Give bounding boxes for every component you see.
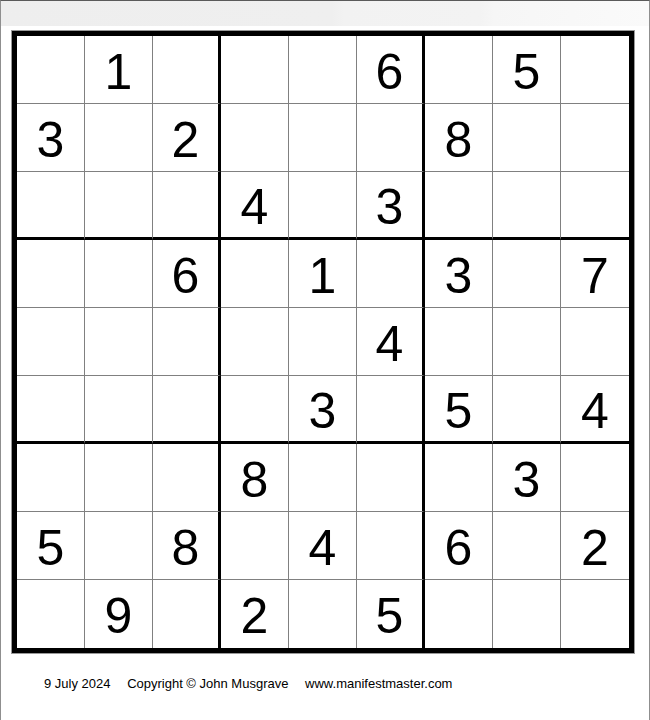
given-digit: 2 (172, 115, 200, 165)
cell-r4c8[interactable] (493, 240, 561, 308)
cell-r5c8[interactable] (493, 308, 561, 376)
cell-r2c9[interactable] (561, 104, 629, 172)
cell-r7c8[interactable]: 3 (493, 444, 561, 512)
cell-r5c7[interactable] (425, 308, 493, 376)
cell-r8c5[interactable]: 4 (289, 512, 357, 580)
cell-r8c7[interactable]: 6 (425, 512, 493, 580)
puzzle-date: 9 July 2024 (44, 676, 111, 691)
cell-r6c7[interactable]: 5 (425, 376, 493, 444)
given-digit: 5 (376, 591, 404, 641)
cell-r8c1[interactable]: 5 (17, 512, 85, 580)
cell-r3c9[interactable] (561, 172, 629, 240)
cell-r3c2[interactable] (85, 172, 153, 240)
cell-r2c6[interactable] (357, 104, 425, 172)
cell-r2c7[interactable]: 8 (425, 104, 493, 172)
given-digit: 3 (37, 115, 65, 165)
given-digit: 4 (309, 523, 337, 573)
cell-r7c5[interactable] (289, 444, 357, 512)
cell-r3c7[interactable] (425, 172, 493, 240)
copyright-text: Copyright © John Musgrave (127, 676, 288, 691)
given-digit: 1 (105, 47, 133, 97)
cell-r9c1[interactable] (17, 580, 85, 648)
given-digit: 3 (445, 251, 473, 301)
cell-r5c2[interactable] (85, 308, 153, 376)
cell-r3c3[interactable] (153, 172, 221, 240)
cell-r2c8[interactable] (493, 104, 561, 172)
cell-r3c5[interactable] (289, 172, 357, 240)
cell-r9c2[interactable]: 9 (85, 580, 153, 648)
cell-r4c6[interactable] (357, 240, 425, 308)
sudoku-board: 16532843613743548358462925 (12, 31, 634, 653)
cell-r2c1[interactable]: 3 (17, 104, 85, 172)
footer: 9 July 2024 Copyright © John Musgrave ww… (44, 676, 452, 691)
cell-r7c6[interactable] (357, 444, 425, 512)
given-digit: 3 (513, 455, 541, 505)
cell-r8c2[interactable] (85, 512, 153, 580)
cell-r1c7[interactable] (425, 36, 493, 104)
given-digit: 5 (513, 47, 541, 97)
cell-r5c5[interactable] (289, 308, 357, 376)
cell-r7c2[interactable] (85, 444, 153, 512)
cell-r8c8[interactable] (493, 512, 561, 580)
cell-r1c9[interactable] (561, 36, 629, 104)
given-digit: 2 (241, 591, 269, 641)
given-digit: 4 (581, 386, 609, 436)
cell-r7c9[interactable] (561, 444, 629, 512)
website-url: www.manifestmaster.com (305, 676, 452, 691)
cell-r9c9[interactable] (561, 580, 629, 648)
cell-r3c6[interactable]: 3 (357, 172, 425, 240)
cell-r1c6[interactable]: 6 (357, 36, 425, 104)
cell-r9c4[interactable]: 2 (221, 580, 289, 648)
cell-r5c3[interactable] (153, 308, 221, 376)
cell-r3c4[interactable]: 4 (221, 172, 289, 240)
cell-r9c7[interactable] (425, 580, 493, 648)
cell-r4c1[interactable] (17, 240, 85, 308)
cell-r3c1[interactable] (17, 172, 85, 240)
window-chrome-band (1, 1, 649, 26)
cell-r9c6[interactable]: 5 (357, 580, 425, 648)
cell-r9c5[interactable] (289, 580, 357, 648)
given-digit: 1 (309, 251, 337, 301)
given-digit: 6 (172, 251, 200, 301)
cell-r9c3[interactable] (153, 580, 221, 648)
cell-r4c9[interactable]: 7 (561, 240, 629, 308)
given-digit: 6 (445, 523, 473, 573)
given-digit: 6 (376, 47, 404, 97)
cell-r6c8[interactable] (493, 376, 561, 444)
cell-r1c5[interactable] (289, 36, 357, 104)
cell-r4c5[interactable]: 1 (289, 240, 357, 308)
cell-r7c7[interactable] (425, 444, 493, 512)
cell-r8c9[interactable]: 2 (561, 512, 629, 580)
cell-r4c3[interactable]: 6 (153, 240, 221, 308)
cell-r1c2[interactable]: 1 (85, 36, 153, 104)
cell-r5c6[interactable]: 4 (357, 308, 425, 376)
given-digit: 4 (376, 319, 404, 369)
cell-r8c4[interactable] (221, 512, 289, 580)
page: 16532843613743548358462925 9 July 2024 C… (0, 0, 650, 720)
cell-r2c2[interactable] (85, 104, 153, 172)
given-digit: 5 (445, 386, 473, 436)
cell-r1c8[interactable]: 5 (493, 36, 561, 104)
cell-r6c9[interactable]: 4 (561, 376, 629, 444)
cell-r5c4[interactable] (221, 308, 289, 376)
given-digit: 8 (445, 115, 473, 165)
cell-r7c3[interactable] (153, 444, 221, 512)
given-digit: 8 (241, 455, 269, 505)
given-digit: 4 (241, 182, 269, 232)
cell-r6c2[interactable] (85, 376, 153, 444)
cell-r1c1[interactable] (17, 36, 85, 104)
cell-r8c6[interactable] (357, 512, 425, 580)
cell-r1c4[interactable] (221, 36, 289, 104)
cell-r7c4[interactable]: 8 (221, 444, 289, 512)
given-digit: 8 (172, 523, 200, 573)
cell-r1c3[interactable] (153, 36, 221, 104)
cell-r2c4[interactable] (221, 104, 289, 172)
cell-r6c1[interactable] (17, 376, 85, 444)
cell-r2c5[interactable] (289, 104, 357, 172)
cell-r7c1[interactable] (17, 444, 85, 512)
cell-r9c8[interactable] (493, 580, 561, 648)
cell-r6c5[interactable]: 3 (289, 376, 357, 444)
given-digit: 3 (376, 182, 404, 232)
cell-r4c7[interactable]: 3 (425, 240, 493, 308)
cell-r4c2[interactable] (85, 240, 153, 308)
given-digit: 9 (105, 591, 133, 641)
cell-r6c3[interactable] (153, 376, 221, 444)
given-digit: 5 (37, 523, 65, 573)
given-digit: 7 (581, 251, 609, 301)
cell-r5c9[interactable] (561, 308, 629, 376)
cell-r8c3[interactable]: 8 (153, 512, 221, 580)
cell-r6c6[interactable] (357, 376, 425, 444)
given-digit: 3 (309, 386, 337, 436)
cell-r2c3[interactable]: 2 (153, 104, 221, 172)
cell-r3c8[interactable] (493, 172, 561, 240)
cell-r4c4[interactable] (221, 240, 289, 308)
given-digit: 2 (581, 523, 609, 573)
cell-r5c1[interactable] (17, 308, 85, 376)
cell-r6c4[interactable] (221, 376, 289, 444)
